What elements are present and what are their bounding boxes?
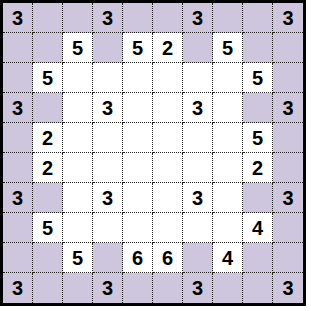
cell-r5c10[interactable] [273, 123, 303, 153]
cell-r5c2[interactable]: 2 [33, 123, 63, 153]
cell-r2c2[interactable] [33, 33, 63, 63]
cell-r4c5[interactable] [123, 93, 153, 123]
cell-r6c5[interactable] [123, 153, 153, 183]
cell-r10c9[interactable] [243, 273, 273, 303]
cell-r9c2[interactable] [33, 243, 63, 273]
cell-r5c9[interactable]: 5 [243, 123, 273, 153]
cell-r7c3[interactable] [63, 183, 93, 213]
cell-r8c1[interactable] [3, 213, 33, 243]
cell-r4c2[interactable] [33, 93, 63, 123]
cell-r9c10[interactable] [273, 243, 303, 273]
cell-r3c2[interactable]: 5 [33, 63, 63, 93]
cell-r3c5[interactable] [123, 63, 153, 93]
cell-r6c10[interactable] [273, 153, 303, 183]
cell-r4c9[interactable] [243, 93, 273, 123]
cell-r9c5[interactable]: 6 [123, 243, 153, 273]
cell-r5c8[interactable] [213, 123, 243, 153]
cell-r6c1[interactable] [3, 153, 33, 183]
cell-r8c2[interactable]: 5 [33, 213, 63, 243]
cell-r6c9[interactable]: 2 [243, 153, 273, 183]
cell-r8c7[interactable] [183, 213, 213, 243]
cell-r9c8[interactable]: 4 [213, 243, 243, 273]
cell-r2c3[interactable]: 5 [63, 33, 93, 63]
cell-r10c3[interactable] [63, 273, 93, 303]
cell-r7c6[interactable] [153, 183, 183, 213]
cell-r3c1[interactable] [3, 63, 33, 93]
cell-r10c8[interactable] [213, 273, 243, 303]
cell-r8c5[interactable] [123, 213, 153, 243]
cell-r5c3[interactable] [63, 123, 93, 153]
cell-r8c6[interactable] [153, 213, 183, 243]
cell-r8c8[interactable] [213, 213, 243, 243]
cell-r2c4[interactable] [93, 33, 123, 63]
cell-r6c7[interactable] [183, 153, 213, 183]
cell-r1c10[interactable]: 3 [273, 3, 303, 33]
cell-r1c9[interactable] [243, 3, 273, 33]
cell-r2c1[interactable] [3, 33, 33, 63]
cell-r10c2[interactable] [33, 273, 63, 303]
cell-r10c10[interactable]: 3 [273, 273, 303, 303]
cell-r1c6[interactable] [153, 3, 183, 33]
cell-r4c8[interactable] [213, 93, 243, 123]
cell-r9c1[interactable] [3, 243, 33, 273]
cell-r8c10[interactable] [273, 213, 303, 243]
cell-r3c9[interactable]: 5 [243, 63, 273, 93]
cell-r8c3[interactable] [63, 213, 93, 243]
cell-r3c3[interactable] [63, 63, 93, 93]
cell-r10c1[interactable]: 3 [3, 273, 33, 303]
cell-r4c7[interactable]: 3 [183, 93, 213, 123]
cell-r3c8[interactable] [213, 63, 243, 93]
cell-r1c3[interactable] [63, 3, 93, 33]
cell-r6c2[interactable]: 2 [33, 153, 63, 183]
cell-r10c7[interactable]: 3 [183, 273, 213, 303]
cell-r9c4[interactable] [93, 243, 123, 273]
cell-r6c4[interactable] [93, 153, 123, 183]
cell-r1c7[interactable]: 3 [183, 3, 213, 33]
cell-r2c8[interactable]: 5 [213, 33, 243, 63]
cell-r5c7[interactable] [183, 123, 213, 153]
cell-r3c10[interactable] [273, 63, 303, 93]
cell-r4c1[interactable]: 3 [3, 93, 33, 123]
cell-r5c5[interactable] [123, 123, 153, 153]
cell-r1c2[interactable] [33, 3, 63, 33]
cell-r2c9[interactable] [243, 33, 273, 63]
cell-r1c4[interactable]: 3 [93, 3, 123, 33]
cell-r7c5[interactable] [123, 183, 153, 213]
cell-r1c8[interactable] [213, 3, 243, 33]
cell-r3c6[interactable] [153, 63, 183, 93]
cell-r7c4[interactable]: 3 [93, 183, 123, 213]
puzzle-board: 33335525553333252233335456643333 [0, 0, 306, 306]
cell-r2c5[interactable]: 5 [123, 33, 153, 63]
cell-r4c3[interactable] [63, 93, 93, 123]
cell-r6c6[interactable] [153, 153, 183, 183]
cell-r3c4[interactable] [93, 63, 123, 93]
cell-r6c8[interactable] [213, 153, 243, 183]
cell-r6c3[interactable] [63, 153, 93, 183]
cell-r2c6[interactable]: 2 [153, 33, 183, 63]
cell-r8c9[interactable]: 4 [243, 213, 273, 243]
cell-r7c2[interactable] [33, 183, 63, 213]
cell-r7c8[interactable] [213, 183, 243, 213]
cell-r4c10[interactable]: 3 [273, 93, 303, 123]
cell-r1c1[interactable]: 3 [3, 3, 33, 33]
cell-r9c9[interactable] [243, 243, 273, 273]
cell-r7c7[interactable]: 3 [183, 183, 213, 213]
cell-r7c10[interactable]: 3 [273, 183, 303, 213]
cell-r5c1[interactable] [3, 123, 33, 153]
cell-r5c6[interactable] [153, 123, 183, 153]
cell-r4c4[interactable]: 3 [93, 93, 123, 123]
cell-r2c10[interactable] [273, 33, 303, 63]
cell-r9c3[interactable]: 5 [63, 243, 93, 273]
cell-r9c6[interactable]: 6 [153, 243, 183, 273]
cell-r10c6[interactable] [153, 273, 183, 303]
cell-r3c7[interactable] [183, 63, 213, 93]
cell-r7c1[interactable]: 3 [3, 183, 33, 213]
cell-r7c9[interactable] [243, 183, 273, 213]
cell-r10c4[interactable]: 3 [93, 273, 123, 303]
cell-r4c6[interactable] [153, 93, 183, 123]
cell-r10c5[interactable] [123, 273, 153, 303]
cell-r1c5[interactable] [123, 3, 153, 33]
cell-r2c7[interactable] [183, 33, 213, 63]
cell-r5c4[interactable] [93, 123, 123, 153]
cell-r9c7[interactable] [183, 243, 213, 273]
cell-r8c4[interactable] [93, 213, 123, 243]
